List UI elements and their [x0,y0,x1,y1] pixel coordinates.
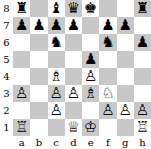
square-e2[interactable] [82,102,99,119]
square-b1[interactable] [30,119,47,136]
piece-black-pawn[interactable]: ♟ [118,17,131,34]
piece-white-pawn[interactable]: ♙ [49,102,62,119]
square-a8[interactable]: ♜ [13,0,30,17]
square-h2[interactable]: ♙ [134,102,151,119]
file-label-g: g [117,136,134,149]
board-row-rank-1: 1♖♕♔♖ [0,119,151,136]
board-row-rank-6: 6♞♞♟ [0,34,151,51]
piece-white-pawn[interactable]: ♙ [15,85,28,102]
square-a6[interactable] [13,34,30,51]
square-g1[interactable] [117,119,134,136]
rank-label-5: 5 [0,51,13,68]
square-g4[interactable] [117,68,134,85]
board-row-rank-2: 2♙♙♙♙ [0,102,151,119]
piece-black-queen[interactable]: ♛ [67,0,80,17]
square-h6[interactable]: ♟ [134,34,151,51]
piece-white-pawn[interactable]: ♙ [67,85,80,102]
piece-black-rook[interactable]: ♜ [136,0,149,17]
square-e6[interactable] [82,34,99,51]
board-corner-spacer [0,136,13,149]
square-f1[interactable] [99,119,116,136]
square-g8[interactable] [117,0,134,17]
square-a1[interactable]: ♖ [13,119,30,136]
piece-black-pawn[interactable]: ♟ [67,17,80,34]
piece-black-pawn[interactable]: ♟ [15,17,28,34]
piece-black-knight[interactable]: ♞ [49,34,62,51]
square-a7[interactable]: ♟ [13,17,30,34]
square-c8[interactable]: ♝ [48,0,65,17]
file-label-h: h [134,136,151,149]
square-f6[interactable]: ♞ [99,34,116,51]
file-label-e: e [82,136,99,149]
piece-black-king[interactable]: ♚ [84,0,97,17]
file-label-a: a [13,136,30,149]
rank-label-7: 7 [0,17,13,34]
square-c7[interactable]: ♟ [48,17,65,34]
board-row-rank-4: 4♗♙ [0,68,151,85]
square-h7[interactable] [134,17,151,34]
square-b5[interactable] [30,51,47,68]
square-g2[interactable]: ♙ [117,102,134,119]
square-b6[interactable] [30,34,47,51]
piece-black-rook[interactable]: ♜ [15,0,28,17]
piece-white-king[interactable]: ♔ [84,119,97,136]
piece-black-knight[interactable]: ♞ [101,34,114,51]
square-f7[interactable]: ♟ [99,17,116,34]
piece-white-pawn[interactable]: ♙ [84,68,97,85]
piece-black-pawn[interactable]: ♟ [49,17,62,34]
square-f2[interactable]: ♙ [99,102,116,119]
square-e5[interactable]: ♟ [82,51,99,68]
square-e8[interactable]: ♚ [82,0,99,17]
chess-board-diagram: 8♜♝♛♚♜7♟♟♟♟♟♟6♞♞♟5♟4♗♙3♙♙♙♗♘2♙♙♙♙1♖♕♔♖ab… [0,0,151,149]
square-d1[interactable]: ♕ [65,119,82,136]
square-g6[interactable] [117,34,134,51]
piece-black-pawn[interactable]: ♟ [84,51,97,68]
square-g3[interactable] [117,85,134,102]
piece-white-bishop[interactable]: ♗ [84,85,97,102]
square-c5[interactable] [48,51,65,68]
rank-label-2: 2 [0,102,13,119]
square-a2[interactable] [13,102,30,119]
square-h5[interactable] [134,51,151,68]
square-a5[interactable] [13,51,30,68]
square-c1[interactable] [48,119,65,136]
square-g5[interactable] [117,51,134,68]
piece-white-pawn[interactable]: ♙ [136,102,149,119]
rank-label-1: 1 [0,119,13,136]
file-label-f: f [99,136,116,149]
square-h3[interactable] [134,85,151,102]
piece-white-knight[interactable]: ♘ [101,85,114,102]
board-row-rank-5: 5♟ [0,51,151,68]
square-d4[interactable] [65,68,82,85]
board-row-rank-7: 7♟♟♟♟♟♟ [0,17,151,34]
rank-label-8: 8 [0,0,13,17]
piece-black-bishop[interactable]: ♝ [49,0,62,17]
file-label-d: d [65,136,82,149]
square-b8[interactable] [30,0,47,17]
rank-label-3: 3 [0,85,13,102]
square-b3[interactable] [30,85,47,102]
square-g7[interactable]: ♟ [117,17,134,34]
square-b4[interactable] [30,68,47,85]
rank-label-6: 6 [0,34,13,51]
square-e7[interactable] [82,17,99,34]
square-d7[interactable]: ♟ [65,17,82,34]
board-row-rank-3: 3♙♙♙♗♘ [0,85,151,102]
square-h1[interactable]: ♖ [134,119,151,136]
square-c6[interactable]: ♞ [48,34,65,51]
piece-white-pawn[interactable]: ♙ [118,102,131,119]
square-h4[interactable] [134,68,151,85]
piece-white-pawn[interactable]: ♙ [101,102,114,119]
piece-white-queen[interactable]: ♕ [67,119,80,136]
square-e1[interactable]: ♔ [82,119,99,136]
square-e3[interactable]: ♗ [82,85,99,102]
file-label-c: c [48,136,65,149]
piece-white-pawn[interactable]: ♙ [49,85,62,102]
square-f8[interactable] [99,0,116,17]
piece-black-pawn[interactable]: ♟ [101,17,114,34]
square-f4[interactable] [99,68,116,85]
board-row-rank-8: 8♜♝♛♚♜ [0,0,151,17]
piece-white-rook[interactable]: ♖ [136,119,149,136]
piece-white-bishop[interactable]: ♗ [49,68,62,85]
rank-label-4: 4 [0,68,13,85]
square-b2[interactable] [30,102,47,119]
chess-board: 8♜♝♛♚♜7♟♟♟♟♟♟6♞♞♟5♟4♗♙3♙♙♙♗♘2♙♙♙♙1♖♕♔♖ab… [0,0,151,149]
square-f5[interactable] [99,51,116,68]
square-a3[interactable]: ♙ [13,85,30,102]
piece-black-pawn[interactable]: ♟ [136,34,149,51]
file-labels-row: abcdefgh [0,136,151,149]
piece-black-pawn[interactable]: ♟ [32,17,45,34]
square-d6[interactable] [65,34,82,51]
piece-white-rook[interactable]: ♖ [15,119,28,136]
square-d2[interactable] [65,102,82,119]
square-d3[interactable]: ♙ [65,85,82,102]
square-c2[interactable]: ♙ [48,102,65,119]
square-e4[interactable]: ♙ [82,68,99,85]
square-c4[interactable]: ♗ [48,68,65,85]
square-c3[interactable]: ♙ [48,85,65,102]
square-b7[interactable]: ♟ [30,17,47,34]
square-d8[interactable]: ♛ [65,0,82,17]
square-a4[interactable] [13,68,30,85]
file-label-b: b [30,136,47,149]
square-d5[interactable] [65,51,82,68]
square-f3[interactable]: ♘ [99,85,116,102]
square-h8[interactable]: ♜ [134,0,151,17]
